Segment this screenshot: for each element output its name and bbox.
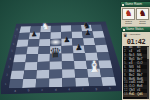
rank-label-3: 3 <box>8 66 10 69</box>
file-label-a: a <box>14 90 16 93</box>
move-row-13[interactable]: 13.Rd1Qd6 <box>123 93 149 97</box>
rank-label-2: 2 <box>6 74 8 77</box>
piece-black-pawn-b7[interactable]: ♟ <box>31 31 38 38</box>
scrollbar-thumb[interactable] <box>147 47 149 59</box>
game-room-title: Game Room <box>125 3 142 6</box>
file-label-b: b <box>28 89 30 92</box>
piece-white-knight-c8[interactable]: ♞ <box>41 22 49 31</box>
file-label-d: d <box>55 89 57 92</box>
file-label-f: f <box>82 88 83 91</box>
dark-knight-icon: ♞ <box>139 10 146 18</box>
file-label-h: h <box>109 87 111 90</box>
move-list-scrollbar[interactable] <box>147 46 149 99</box>
rank-label-4: 4 <box>9 57 11 60</box>
rated-game-label: Rated Game <box>122 21 135 27</box>
file-label-c: c <box>41 89 43 92</box>
piece-black-pawn-g7[interactable]: ♟ <box>85 29 92 36</box>
move-list[interactable]: 1.d4d52.c4e63.Nc3Nf64.Bg5Be75.e3O-O6.Nf3… <box>123 46 149 99</box>
window-icon <box>123 29 125 31</box>
game-room-window: Game Room ♞ Rated Game ♞ Quick Game <box>121 2 150 27</box>
rank-label-7: 7 <box>14 35 16 38</box>
red-knight-icon: ♞ <box>125 10 132 18</box>
quick-game-button[interactable]: ♞ <box>136 8 149 20</box>
quick-game-label: Quick Game <box>136 21 149 27</box>
file-label-e: e <box>68 88 70 91</box>
piece-white-bishop-g2[interactable]: ♝ <box>87 60 101 76</box>
rank-label-1: 1 <box>5 83 7 86</box>
game-room-body: ♞ Rated Game ♞ Quick Game <box>121 7 150 28</box>
rank-label-8: 8 <box>16 29 18 32</box>
file-label-g: g <box>96 88 98 91</box>
window-icon <box>122 4 124 6</box>
rated-game-button[interactable]: ♞ <box>122 8 135 20</box>
piece-black-pawn-f5[interactable]: ♟ <box>75 43 83 51</box>
game-status-title: Game Status <box>126 28 144 31</box>
player-name: Apprentice <box>128 34 140 37</box>
white-move: Rd1 <box>129 93 137 96</box>
rank-label-6: 6 <box>13 42 15 45</box>
piece-black-queen-d4[interactable]: ♛ <box>49 46 62 60</box>
chess-app-screen: abcdefgh87654321 ♞♞♟♟♟♟♛♝ Game Room ♞ Ra… <box>0 0 150 100</box>
piece-black-pawn-e6[interactable]: ♟ <box>63 36 70 44</box>
rank-label-5: 5 <box>11 50 13 53</box>
game-status-window: Game Status ♛ Apprentice 01:42 Thinking.… <box>122 27 150 100</box>
